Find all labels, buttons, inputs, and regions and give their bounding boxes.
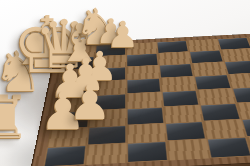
pieces-layer: ♜♞♝♚♛♝♞♟♟♟♟♟♟♟ [0,0,250,166]
piece-pawn-c2: ♟ [68,78,111,126]
chess-set-photo: ♜♞♝♚♛♝♞♟♟♟♟♟♟♟ [0,0,250,166]
